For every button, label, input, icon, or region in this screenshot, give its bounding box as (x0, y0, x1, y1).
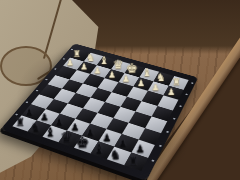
photo-scene: ♜♞♝♛♚♝♞♜♟♟♟♟♟♟♟♟♟♟♟♟♟♟♟♟♜♞♝♛♚♝♞♜ (0, 0, 240, 180)
piece-black-pawn[interactable]: ♟ (55, 117, 64, 126)
piece-white-pawn[interactable]: ♟ (152, 84, 160, 93)
piece-white-queen[interactable]: ♛ (113, 58, 124, 70)
board-perspective: ♜♞♝♛♚♝♞♜♟♟♟♟♟♟♟♟♟♟♟♟♟♟♟♟♜♞♝♛♚♝♞♜ (0, 0, 240, 180)
piece-white-pawn[interactable]: ♟ (108, 71, 116, 80)
piece-white-pawn[interactable]: ♟ (137, 79, 145, 88)
piece-black-rook[interactable]: ♜ (128, 156, 138, 167)
chess-board: ♜♞♝♛♚♝♞♜♟♟♟♟♟♟♟♟♟♟♟♟♟♟♟♟♜♞♝♛♚♝♞♜ (12, 49, 188, 171)
piece-white-king[interactable]: ♚ (126, 61, 138, 74)
piece-black-rook[interactable]: ♜ (16, 118, 25, 129)
piece-white-pawn[interactable]: ♟ (167, 88, 175, 97)
piece-black-knight[interactable]: ♞ (110, 149, 121, 161)
piece-black-knight[interactable]: ♞ (30, 122, 41, 134)
piece-white-knight[interactable]: ♞ (86, 52, 95, 62)
piece-black-bishop[interactable]: ♝ (93, 143, 105, 156)
piece-black-pawn[interactable]: ♟ (25, 108, 33, 117)
square-f5[interactable] (113, 107, 135, 123)
piece-white-pawn[interactable]: ♟ (66, 59, 73, 67)
piece-black-queen[interactable]: ♛ (60, 130, 73, 144)
piece-black-pawn[interactable]: ♟ (136, 144, 145, 154)
piece-white-rook[interactable]: ♜ (73, 50, 81, 59)
piece-black-bishop[interactable]: ♝ (45, 126, 56, 138)
piece-white-pawn[interactable]: ♟ (122, 75, 130, 84)
piece-white-pawn[interactable]: ♟ (94, 67, 102, 75)
piece-black-pawn[interactable]: ♟ (40, 112, 48, 121)
piece-black-king[interactable]: ♚ (76, 134, 90, 149)
piece-white-bishop[interactable]: ♝ (100, 56, 110, 67)
piece-white-rook[interactable]: ♜ (172, 77, 181, 87)
piece-white-pawn[interactable]: ♟ (80, 63, 88, 71)
piece-white-bishop[interactable]: ♝ (142, 68, 152, 79)
piece-white-knight[interactable]: ♞ (157, 72, 166, 83)
